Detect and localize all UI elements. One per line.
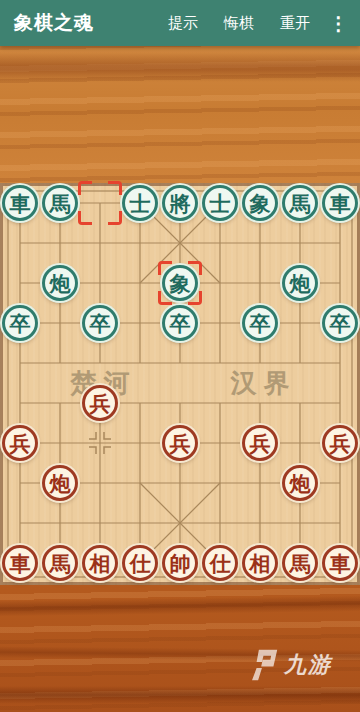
red-horse[interactable]: 馬	[42, 545, 78, 581]
black-chariot[interactable]: 車	[322, 185, 358, 221]
black-advisor[interactable]: 士	[122, 185, 158, 221]
red-soldier[interactable]: 兵	[2, 425, 38, 461]
xiangqi-board[interactable]: 楚河 汉界 車馬士將士象馬車炮象炮卒卒卒卒卒兵兵兵兵兵炮炮車馬相仕帥仕相馬車	[0, 183, 360, 585]
hint-button[interactable]: 提示	[155, 6, 211, 41]
red-cannon[interactable]: 炮	[42, 465, 78, 501]
black-soldier[interactable]: 卒	[162, 305, 198, 341]
black-soldier[interactable]: 卒	[242, 305, 278, 341]
watermark: 九游	[252, 648, 332, 682]
red-horse[interactable]: 馬	[282, 545, 318, 581]
red-cannon[interactable]: 炮	[282, 465, 318, 501]
restart-button[interactable]: 重开	[267, 6, 323, 41]
red-elephant[interactable]: 相	[242, 545, 278, 581]
red-elephant[interactable]: 相	[82, 545, 118, 581]
black-horse[interactable]: 馬	[282, 185, 318, 221]
river-label-han-jie: 汉界	[222, 369, 298, 397]
black-soldier[interactable]: 卒	[2, 305, 38, 341]
app-bar: 象棋之魂 提示 悔棋 重开 ⋮	[0, 0, 360, 46]
red-general[interactable]: 帥	[162, 545, 198, 581]
black-chariot[interactable]: 車	[2, 185, 38, 221]
black-cannon[interactable]: 炮	[282, 265, 318, 301]
black-soldier[interactable]: 卒	[322, 305, 358, 341]
black-soldier[interactable]: 卒	[82, 305, 118, 341]
black-elephant[interactable]: 象	[242, 185, 278, 221]
app-title: 象棋之魂	[14, 10, 94, 36]
overflow-menu-icon[interactable]: ⋮	[323, 6, 360, 41]
wood-grain-streak	[0, 686, 360, 704]
black-elephant[interactable]: 象	[162, 265, 198, 301]
black-horse[interactable]: 馬	[42, 185, 78, 221]
red-soldier[interactable]: 兵	[322, 425, 358, 461]
red-soldier[interactable]: 兵	[162, 425, 198, 461]
red-chariot[interactable]: 車	[322, 545, 358, 581]
watermark-text: 九游	[284, 650, 332, 680]
black-general[interactable]: 將	[162, 185, 198, 221]
wood-grain-streak	[0, 52, 360, 82]
black-advisor[interactable]: 士	[202, 185, 238, 221]
wood-grain-streak	[0, 595, 360, 616]
undo-move-button[interactable]: 悔棋	[211, 6, 267, 41]
app-bar-actions: 提示 悔棋 重开 ⋮	[155, 6, 360, 41]
jiuyou-logo-icon	[252, 648, 278, 682]
red-advisor[interactable]: 仕	[122, 545, 158, 581]
red-soldier[interactable]: 兵	[242, 425, 278, 461]
red-advisor[interactable]: 仕	[202, 545, 238, 581]
red-soldier[interactable]: 兵	[82, 385, 118, 421]
wood-grain-streak	[0, 646, 360, 662]
board-grid-lines	[0, 183, 360, 585]
red-chariot[interactable]: 車	[2, 545, 38, 581]
black-cannon[interactable]: 炮	[42, 265, 78, 301]
